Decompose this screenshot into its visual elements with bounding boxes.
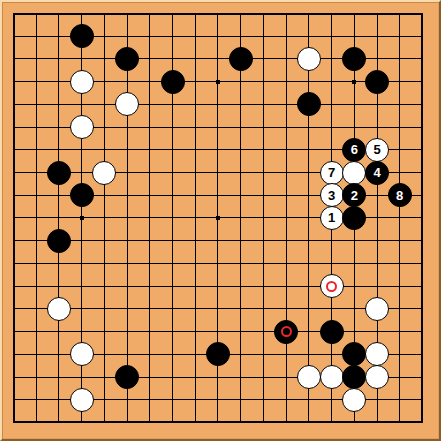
stone-black bbox=[47, 161, 71, 185]
stone-black-move-2: 2 bbox=[342, 183, 366, 207]
grid-line-horizontal bbox=[13, 263, 424, 264]
stone-white bbox=[70, 342, 94, 366]
stone-white bbox=[70, 115, 94, 139]
grid-line-horizontal bbox=[13, 331, 424, 332]
stone-white bbox=[47, 297, 71, 321]
stone-black bbox=[115, 47, 139, 71]
stone-white bbox=[365, 342, 389, 366]
star-point bbox=[216, 216, 220, 220]
stone-black bbox=[70, 183, 94, 207]
stone-white bbox=[342, 388, 366, 412]
stone-black bbox=[70, 24, 94, 48]
move-number: 2 bbox=[351, 189, 358, 202]
grid-line-horizontal bbox=[13, 308, 424, 309]
grid-line-vertical bbox=[240, 13, 241, 424]
move-number: 7 bbox=[328, 166, 335, 179]
stone-black-move-6: 6 bbox=[342, 138, 366, 162]
stone-white bbox=[92, 161, 116, 185]
stone-black bbox=[365, 70, 389, 94]
stone-black-move-8: 8 bbox=[388, 183, 412, 207]
stone-white bbox=[297, 47, 321, 71]
stone-black bbox=[161, 70, 185, 94]
move-number: 4 bbox=[373, 166, 380, 179]
stone-white-move-1: 1 bbox=[320, 206, 344, 230]
stone-white-marked bbox=[320, 274, 344, 298]
stone-black bbox=[342, 342, 366, 366]
grid-line-vertical bbox=[421, 13, 423, 424]
stone-white-move-7: 7 bbox=[320, 161, 344, 185]
move-number: 5 bbox=[373, 143, 380, 156]
star-point bbox=[352, 80, 356, 84]
stone-black bbox=[206, 342, 230, 366]
grid-line-vertical bbox=[308, 13, 309, 424]
circle-mark-icon bbox=[326, 281, 337, 292]
stone-white bbox=[320, 365, 344, 389]
stone-black bbox=[342, 47, 366, 71]
stone-black bbox=[297, 92, 321, 116]
grid-line-vertical bbox=[286, 13, 287, 424]
star-point bbox=[216, 80, 220, 84]
circle-mark-icon bbox=[281, 326, 292, 337]
stone-black bbox=[229, 47, 253, 71]
stone-white bbox=[365, 365, 389, 389]
move-number: 1 bbox=[328, 211, 335, 224]
stone-white bbox=[297, 365, 321, 389]
stone-black bbox=[320, 320, 344, 344]
stone-black bbox=[342, 365, 366, 389]
stone-white bbox=[115, 92, 139, 116]
grid-line-horizontal bbox=[13, 240, 424, 241]
move-number: 6 bbox=[351, 143, 358, 156]
star-point bbox=[80, 216, 84, 220]
stone-white-move-5: 5 bbox=[365, 138, 389, 162]
stone-black bbox=[342, 206, 366, 230]
stone-black-move-4: 4 bbox=[365, 161, 389, 185]
grid-line-vertical bbox=[263, 13, 264, 424]
stone-white bbox=[342, 161, 366, 185]
grid-line-vertical bbox=[399, 13, 400, 424]
move-number: 3 bbox=[328, 189, 335, 202]
stone-black-marked bbox=[274, 320, 298, 344]
go-board: 65743281 bbox=[0, 0, 441, 441]
stone-white bbox=[70, 388, 94, 412]
grid-line-horizontal bbox=[13, 421, 424, 423]
stone-black bbox=[115, 365, 139, 389]
grid-line-horizontal bbox=[13, 286, 424, 287]
stone-white bbox=[365, 297, 389, 321]
stone-white bbox=[70, 70, 94, 94]
stone-black bbox=[47, 229, 71, 253]
move-number: 8 bbox=[396, 189, 403, 202]
stone-white-move-3: 3 bbox=[320, 183, 344, 207]
